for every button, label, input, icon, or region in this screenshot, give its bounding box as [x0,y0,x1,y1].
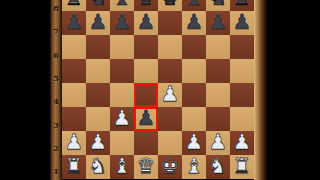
rank-label-1: 1 [50,166,62,176]
square-f6[interactable] [182,35,206,59]
rank-label-5: 5 [50,73,62,83]
square-d3[interactable]: ♟ [134,107,158,131]
square-a5[interactable] [62,59,86,83]
piece-black-pawn[interactable]: ♟ [62,10,86,34]
square-g3[interactable] [206,107,230,131]
piece-black-rook[interactable]: ♜ [62,0,86,10]
piece-white-pawn[interactable]: ♟ [62,130,86,154]
square-e5[interactable] [158,59,182,83]
square-c6[interactable] [110,35,134,59]
rank-label-7: 7 [50,26,62,36]
square-g5[interactable] [206,59,230,83]
square-d7[interactable]: ♟ [134,11,158,35]
square-d2[interactable] [134,131,158,155]
piece-white-bishop[interactable]: ♝ [110,154,134,178]
piece-white-pawn[interactable]: ♟ [206,130,230,154]
square-e8[interactable]: ♚ [158,0,182,11]
board: ♜♞♝♛♚♝♞♜♟♟♟♟♟♟♟♟♟♟♟♟♟♟♟♜♞♝♛♚♝♞♜ [62,0,254,179]
square-c2[interactable] [110,131,134,155]
square-c4[interactable] [110,83,134,107]
square-g1[interactable]: ♞ [206,155,230,179]
square-f3[interactable] [182,107,206,131]
square-b5[interactable] [86,59,110,83]
square-b6[interactable] [86,35,110,59]
piece-black-knight[interactable]: ♞ [86,0,110,10]
square-a2[interactable]: ♟ [62,131,86,155]
square-f1[interactable]: ♝ [182,155,206,179]
square-e6[interactable] [158,35,182,59]
square-a4[interactable] [62,83,86,107]
square-g2[interactable]: ♟ [206,131,230,155]
piece-white-king[interactable]: ♚ [158,154,182,178]
square-e3[interactable] [158,107,182,131]
square-b2[interactable]: ♟ [86,131,110,155]
piece-black-pawn[interactable]: ♟ [86,10,110,34]
square-h6[interactable] [230,35,254,59]
square-h2[interactable]: ♟ [230,131,254,155]
piece-black-pawn[interactable]: ♟ [206,10,230,34]
square-g4[interactable] [206,83,230,107]
right-wood-border [254,0,268,180]
square-e7[interactable] [158,11,182,35]
piece-black-rook[interactable]: ♜ [230,0,254,10]
rank-label-4: 4 [50,96,62,106]
square-h7[interactable]: ♟ [230,11,254,35]
piece-black-pawn[interactable]: ♟ [134,10,158,34]
square-c7[interactable]: ♟ [110,11,134,35]
rank-label-2: 2 [50,143,62,153]
rank-label-3: 3 [50,120,62,130]
chess-app-screen: ♜♞♝♛♚♝♞♜♟♟♟♟♟♟♟♟♟♟♟♟♟♟♟♜♞♝♛♚♝♞♜ 87654321 [0,0,320,180]
square-h1[interactable]: ♜ [230,155,254,179]
square-e4[interactable]: ♟ [158,83,182,107]
piece-white-rook[interactable]: ♜ [230,154,254,178]
square-c1[interactable]: ♝ [110,155,134,179]
piece-white-rook[interactable]: ♜ [62,154,86,178]
rank-label-8: 8 [50,3,62,13]
piece-white-pawn[interactable]: ♟ [158,82,182,106]
square-f5[interactable] [182,59,206,83]
square-e1[interactable]: ♚ [158,155,182,179]
square-h3[interactable] [230,107,254,131]
piece-black-bishop[interactable]: ♝ [182,0,206,10]
square-f2[interactable]: ♟ [182,131,206,155]
piece-black-pawn[interactable]: ♟ [230,10,254,34]
square-g6[interactable] [206,35,230,59]
piece-white-knight[interactable]: ♞ [86,154,110,178]
rank-label-6: 6 [50,50,62,60]
square-a1[interactable]: ♜ [62,155,86,179]
square-b3[interactable] [86,107,110,131]
piece-black-pawn[interactable]: ♟ [134,106,158,130]
piece-black-bishop[interactable]: ♝ [110,0,134,10]
piece-white-bishop[interactable]: ♝ [182,154,206,178]
square-a3[interactable] [62,107,86,131]
piece-white-pawn[interactable]: ♟ [230,130,254,154]
square-h5[interactable] [230,59,254,83]
square-f4[interactable] [182,83,206,107]
square-b7[interactable]: ♟ [86,11,110,35]
piece-black-queen[interactable]: ♛ [134,0,158,10]
square-g7[interactable]: ♟ [206,11,230,35]
square-b4[interactable] [86,83,110,107]
piece-black-pawn[interactable]: ♟ [182,10,206,34]
square-d1[interactable]: ♛ [134,155,158,179]
square-c5[interactable] [110,59,134,83]
piece-white-knight[interactable]: ♞ [206,154,230,178]
square-b1[interactable]: ♞ [86,155,110,179]
piece-black-knight[interactable]: ♞ [206,0,230,10]
piece-white-pawn[interactable]: ♟ [86,130,110,154]
piece-black-king[interactable]: ♚ [158,0,182,10]
square-e2[interactable] [158,131,182,155]
piece-white-pawn[interactable]: ♟ [182,130,206,154]
piece-white-pawn[interactable]: ♟ [110,106,134,130]
square-h4[interactable] [230,83,254,107]
square-d4[interactable] [134,83,158,107]
square-c3[interactable]: ♟ [110,107,134,131]
square-a7[interactable]: ♟ [62,11,86,35]
piece-white-queen[interactable]: ♛ [134,154,158,178]
square-f7[interactable]: ♟ [182,11,206,35]
piece-black-pawn[interactable]: ♟ [110,10,134,34]
square-a6[interactable] [62,35,86,59]
square-d6[interactable] [134,35,158,59]
square-d5[interactable] [134,59,158,83]
